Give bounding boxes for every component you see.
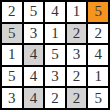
grid-cell[interactable]: 4 [88, 45, 108, 65]
grid-cell[interactable]: 5 [88, 88, 108, 108]
grid-cell[interactable]: 5 [24, 2, 44, 22]
grid-cell[interactable]: 3 [2, 88, 22, 108]
grid-cell[interactable]: 2 [45, 88, 65, 108]
grid-cell[interactable]: 2 [67, 67, 87, 87]
grid-cell[interactable]: 1 [45, 24, 65, 44]
grid-cell[interactable]: 3 [24, 24, 44, 44]
grid-cell[interactable]: 1 [88, 67, 108, 87]
grid-cell-shaded[interactable]: 4 [24, 45, 44, 65]
grid-cell-shaded[interactable]: 5 [2, 24, 22, 44]
grid-cell[interactable]: 3 [67, 45, 87, 65]
grid-cell[interactable]: 2 [2, 2, 22, 22]
grid-cell[interactable]: 5 [45, 45, 65, 65]
grid-cell[interactable]: 1 [2, 45, 22, 65]
puzzle-board: 2 5 4 1 5 5 3 1 2 2 1 4 5 3 4 5 4 3 2 1 … [0, 0, 110, 110]
grid-cell[interactable]: 3 [45, 67, 65, 87]
grid-cell-highlighted[interactable]: 5 [88, 2, 108, 22]
grid-cell[interactable]: 5 [2, 67, 22, 87]
grid-cell-shaded[interactable]: 2 [67, 88, 87, 108]
grid-cell-shaded[interactable]: 2 [67, 24, 87, 44]
grid-cell[interactable]: 4 [24, 67, 44, 87]
grid-cell-shaded[interactable]: 4 [24, 88, 44, 108]
grid-cell[interactable]: 1 [67, 2, 87, 22]
grid-cell[interactable]: 4 [45, 2, 65, 22]
grid-cell[interactable]: 2 [88, 24, 108, 44]
